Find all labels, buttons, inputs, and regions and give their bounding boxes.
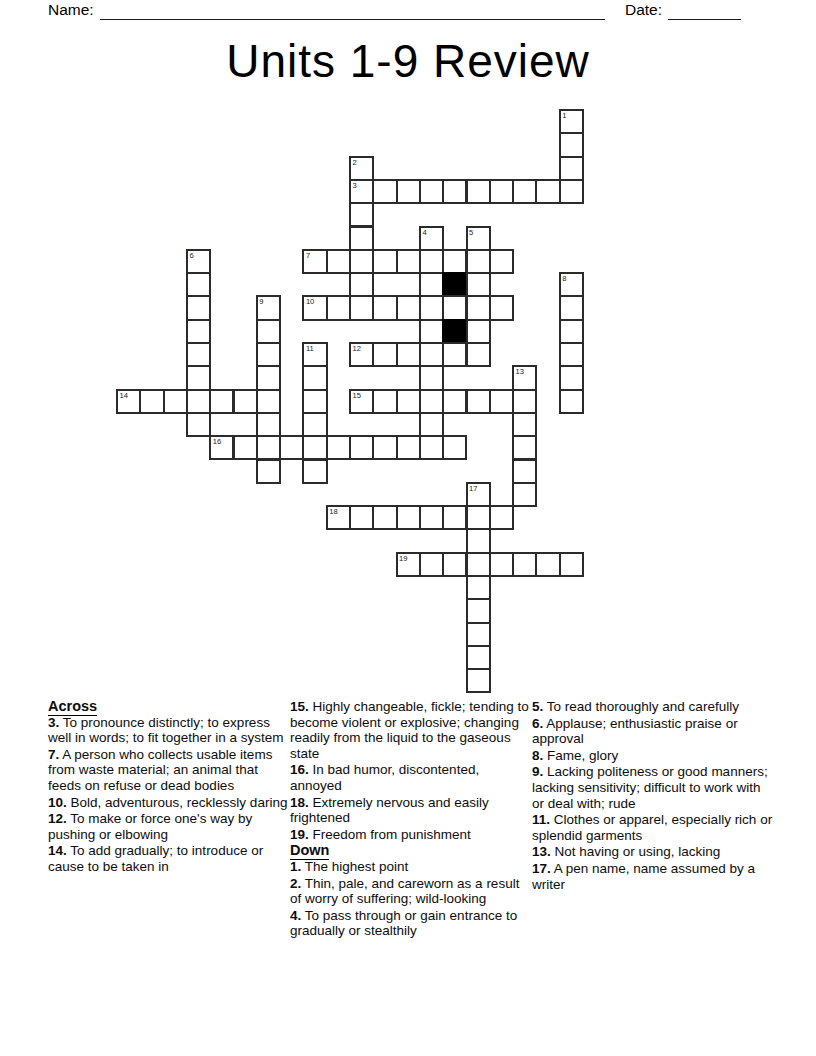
grid-cell[interactable] xyxy=(512,179,537,204)
name-label: Name: xyxy=(48,1,94,19)
grid-cell[interactable] xyxy=(186,342,211,367)
cell-number: 19 xyxy=(399,554,407,563)
grid-cell[interactable] xyxy=(396,295,421,320)
grid-cell[interactable] xyxy=(466,645,491,670)
grid-cell[interactable] xyxy=(512,552,537,577)
grid-cell[interactable] xyxy=(466,342,491,367)
grid-cell[interactable] xyxy=(302,412,327,437)
clue-number: 1. xyxy=(290,859,301,874)
cell-number: 8 xyxy=(562,274,566,283)
clue-item: 12. To make or force one's way by pushin… xyxy=(48,811,290,842)
date-label: Date: xyxy=(625,1,662,19)
grid-cell[interactable] xyxy=(396,505,421,530)
grid-cell[interactable] xyxy=(326,435,351,460)
grid-cell[interactable] xyxy=(256,389,281,414)
grid-cell[interactable] xyxy=(279,435,304,460)
grid-cell[interactable] xyxy=(512,435,537,460)
clue-number: 7. xyxy=(48,747,59,762)
grid-cell[interactable]: 6 xyxy=(186,249,211,274)
grid-cell[interactable] xyxy=(396,342,421,367)
cell-number: 5 xyxy=(469,228,473,237)
clue-item: 8. Fame, glory xyxy=(532,748,774,764)
grid-cell[interactable] xyxy=(419,272,444,297)
grid-cell[interactable] xyxy=(256,365,281,390)
clue-item: 16. In bad humor, discontented, annoyed xyxy=(290,762,533,793)
grid-cell[interactable] xyxy=(372,342,397,367)
grid-cell[interactable] xyxy=(466,528,491,553)
clues-column-3: 5. To read thoroughly and carefully6. Ap… xyxy=(532,699,774,893)
grid-cell[interactable] xyxy=(419,552,444,577)
grid-cell[interactable] xyxy=(256,459,281,484)
cell-number: 6 xyxy=(189,251,193,260)
grid-cell[interactable] xyxy=(466,668,491,693)
grid-cell[interactable] xyxy=(489,295,514,320)
clue-item: 19. Freedom from punishment xyxy=(290,827,533,843)
grid-cell[interactable] xyxy=(442,342,467,367)
cell-number: 15 xyxy=(353,391,361,400)
cell-number: 14 xyxy=(120,391,128,400)
grid-cell[interactable] xyxy=(419,412,444,437)
grid-cell[interactable]: 4 xyxy=(419,226,444,251)
grid-cell[interactable]: 16 xyxy=(209,435,234,460)
grid-cell[interactable]: 1 xyxy=(559,109,584,134)
grid-cell[interactable] xyxy=(349,435,374,460)
cell-number: 4 xyxy=(422,228,426,237)
grid-cell[interactable] xyxy=(489,179,514,204)
blocked-cell xyxy=(442,319,467,344)
grid-cell[interactable] xyxy=(349,295,374,320)
grid-cell[interactable] xyxy=(559,156,584,181)
clue-item: 17. A pen name, name assumed by a writer xyxy=(532,861,774,892)
clue-item: 11. Clothes or apparel, especially rich … xyxy=(532,812,774,843)
grid-cell[interactable]: 8 xyxy=(559,272,584,297)
grid-cell[interactable] xyxy=(559,389,584,414)
grid-cell[interactable] xyxy=(372,249,397,274)
grid-cell[interactable] xyxy=(396,435,421,460)
clue-item: 2. Thin, pale, and careworn as a result … xyxy=(290,876,533,907)
grid-cell[interactable]: 14 xyxy=(116,389,141,414)
grid-cell[interactable] xyxy=(256,342,281,367)
clues-heading-across: Across xyxy=(48,699,290,715)
grid-cell[interactable]: 18 xyxy=(326,505,351,530)
cell-number: 12 xyxy=(353,344,361,353)
clue-item: 4. To pass through or gain entrance to g… xyxy=(290,908,533,939)
grid-cell[interactable] xyxy=(466,295,491,320)
cell-number: 18 xyxy=(329,507,337,516)
grid-cell[interactable] xyxy=(349,226,374,251)
clues-column-2: 15. Highly changeable, fickle; tending t… xyxy=(290,699,533,940)
grid-cell[interactable] xyxy=(163,389,188,414)
clue-item: 18. Extremely nervous and easily frighte… xyxy=(290,795,533,826)
date-blank-line[interactable] xyxy=(668,0,741,20)
grid-cell[interactable] xyxy=(302,389,327,414)
grid-cell[interactable] xyxy=(535,552,560,577)
grid-cell[interactable] xyxy=(372,435,397,460)
grid-cell[interactable] xyxy=(139,389,164,414)
grid-cell[interactable] xyxy=(419,505,444,530)
grid-cell[interactable] xyxy=(535,179,560,204)
grid-cell[interactable] xyxy=(559,295,584,320)
grid-cell[interactable]: 15 xyxy=(349,389,374,414)
grid-cell[interactable] xyxy=(302,435,327,460)
grid-cell[interactable] xyxy=(419,389,444,414)
clue-number: 2. xyxy=(290,876,301,891)
grid-cell[interactable] xyxy=(256,435,281,460)
grid-cell[interactable] xyxy=(256,319,281,344)
cell-number: 9 xyxy=(259,297,263,306)
clue-number: 15. xyxy=(290,699,309,714)
grid-cell[interactable] xyxy=(512,482,537,507)
grid-cell[interactable] xyxy=(489,389,514,414)
clue-item: 14. To add gradually; to introduce or ca… xyxy=(48,843,290,874)
cell-number: 7 xyxy=(306,251,310,260)
grid-cell[interactable] xyxy=(186,319,211,344)
grid-cell[interactable] xyxy=(419,249,444,274)
clue-number: 8. xyxy=(532,748,543,763)
name-blank-line[interactable] xyxy=(100,0,605,20)
grid-cell[interactable] xyxy=(466,249,491,274)
grid-cell[interactable] xyxy=(372,295,397,320)
grid-cell[interactable] xyxy=(489,505,514,530)
grid-cell[interactable] xyxy=(466,272,491,297)
grid-cell[interactable] xyxy=(466,505,491,530)
grid-cell[interactable] xyxy=(256,412,281,437)
grid-cell[interactable] xyxy=(326,249,351,274)
clue-number: 12. xyxy=(48,811,67,826)
grid-cell[interactable] xyxy=(302,365,327,390)
clue-number: 3. xyxy=(48,715,59,730)
cell-number: 17 xyxy=(469,484,477,493)
grid-cell[interactable] xyxy=(466,389,491,414)
grid-cell[interactable] xyxy=(419,365,444,390)
grid-cell[interactable] xyxy=(442,249,467,274)
grid-cell[interactable] xyxy=(466,575,491,600)
grid-cell[interactable] xyxy=(466,598,491,623)
cell-number: 1 xyxy=(562,111,566,120)
grid-cell[interactable] xyxy=(559,552,584,577)
grid-cell[interactable] xyxy=(489,552,514,577)
clue-item: 9. Lacking politeness or good manners; l… xyxy=(532,764,774,811)
grid-cell[interactable] xyxy=(396,249,421,274)
grid-cell[interactable] xyxy=(233,435,258,460)
clue-item: 3. To pronounce distinctly; to express w… xyxy=(48,715,290,746)
clue-number: 13. xyxy=(532,844,551,859)
grid-cell[interactable] xyxy=(512,389,537,414)
grid-cell[interactable]: 7 xyxy=(302,249,327,274)
grid-cell[interactable] xyxy=(396,179,421,204)
grid-cell[interactable] xyxy=(233,389,258,414)
grid-cell[interactable]: 9 xyxy=(256,295,281,320)
grid-cell[interactable] xyxy=(349,249,374,274)
grid-cell[interactable]: 17 xyxy=(466,482,491,507)
grid-cell[interactable] xyxy=(419,179,444,204)
clue-number: 18. xyxy=(290,795,309,810)
grid-cell[interactable] xyxy=(396,389,421,414)
grid-cell[interactable] xyxy=(349,272,374,297)
grid-cell[interactable] xyxy=(419,435,444,460)
grid-cell[interactable] xyxy=(559,342,584,367)
grid-cell[interactable]: 13 xyxy=(512,365,537,390)
grid-cell[interactable] xyxy=(419,319,444,344)
cell-number: 2 xyxy=(353,158,357,167)
clue-item: 10. Bold, adventurous, recklessly daring xyxy=(48,795,290,811)
blocked-cell xyxy=(442,272,467,297)
grid-cell[interactable] xyxy=(442,435,467,460)
grid-cell[interactable] xyxy=(349,202,374,227)
clue-item: 7. A person who collects usable items fr… xyxy=(48,747,290,794)
clues-heading-down: Down xyxy=(290,843,533,859)
grid-cell[interactable] xyxy=(466,319,491,344)
grid-cell[interactable] xyxy=(466,552,491,577)
grid-cell[interactable]: 10 xyxy=(302,295,327,320)
grid-cell[interactable] xyxy=(559,319,584,344)
grid-cell[interactable] xyxy=(302,459,327,484)
grid-cell[interactable] xyxy=(419,295,444,320)
clue-number: 6. xyxy=(532,716,543,731)
grid-cell[interactable] xyxy=(372,389,397,414)
grid-cell[interactable]: 12 xyxy=(349,342,374,367)
grid-cell[interactable] xyxy=(442,389,467,414)
clue-number: 14. xyxy=(48,843,67,858)
clue-number: 16. xyxy=(290,762,309,777)
grid-cell[interactable] xyxy=(186,412,211,437)
grid-cell[interactable] xyxy=(442,505,467,530)
clue-item: 6. Applause; enthusiastic praise or appr… xyxy=(532,716,774,747)
grid-cell[interactable] xyxy=(559,132,584,157)
grid-cell[interactable] xyxy=(559,179,584,204)
grid-cell[interactable] xyxy=(419,342,444,367)
grid-cell[interactable] xyxy=(466,179,491,204)
clue-number: 17. xyxy=(532,861,551,876)
cell-number: 3 xyxy=(353,181,357,190)
grid-cell[interactable] xyxy=(209,389,234,414)
grid-cell[interactable]: 11 xyxy=(302,342,327,367)
grid-cell[interactable] xyxy=(442,552,467,577)
clue-item: 15. Highly changeable, fickle; tending t… xyxy=(290,699,533,761)
grid-cell[interactable] xyxy=(442,179,467,204)
clue-number: 19. xyxy=(290,827,309,842)
grid-cell[interactable] xyxy=(372,179,397,204)
worksheet-page: Name: Date: Units 1-9 Review 12345678910… xyxy=(0,0,816,1056)
grid-cell[interactable] xyxy=(186,295,211,320)
grid-cell[interactable]: 19 xyxy=(396,552,421,577)
clue-item: 13. Not having or using, lacking xyxy=(532,844,774,860)
clue-number: 4. xyxy=(290,908,301,923)
grid-cell[interactable] xyxy=(512,459,537,484)
grid-cell[interactable] xyxy=(512,412,537,437)
grid-cell[interactable] xyxy=(372,505,397,530)
clues-column-1: Across3. To pronounce distinctly; to exp… xyxy=(48,699,290,876)
grid-cell[interactable]: 2 xyxy=(349,156,374,181)
grid-cell[interactable] xyxy=(186,272,211,297)
clue-number: 9. xyxy=(532,764,543,779)
clue-item: 1. The highest point xyxy=(290,859,533,875)
grid-cell[interactable] xyxy=(186,365,211,390)
cell-number: 11 xyxy=(306,344,314,353)
grid-cell[interactable] xyxy=(326,295,351,320)
grid-cell[interactable]: 5 xyxy=(466,226,491,251)
clue-number: 11. xyxy=(532,812,550,827)
clue-number: 5. xyxy=(532,699,543,714)
cell-number: 10 xyxy=(306,297,314,306)
grid-cell[interactable] xyxy=(559,365,584,390)
crossword-board: 12345678910111213141516171819 xyxy=(117,110,585,694)
cell-number: 13 xyxy=(516,367,524,376)
page-title: Units 1-9 Review xyxy=(0,33,816,90)
grid-cell[interactable] xyxy=(349,505,374,530)
grid-cell[interactable]: 3 xyxy=(349,179,374,204)
clue-item: 5. To read thoroughly and carefully xyxy=(532,699,774,715)
grid-cell[interactable] xyxy=(442,295,467,320)
grid-cell[interactable] xyxy=(489,249,514,274)
cell-number: 16 xyxy=(213,437,221,446)
clue-number: 10. xyxy=(48,795,67,810)
grid-cell[interactable] xyxy=(186,389,211,414)
grid-cell[interactable] xyxy=(466,622,491,647)
